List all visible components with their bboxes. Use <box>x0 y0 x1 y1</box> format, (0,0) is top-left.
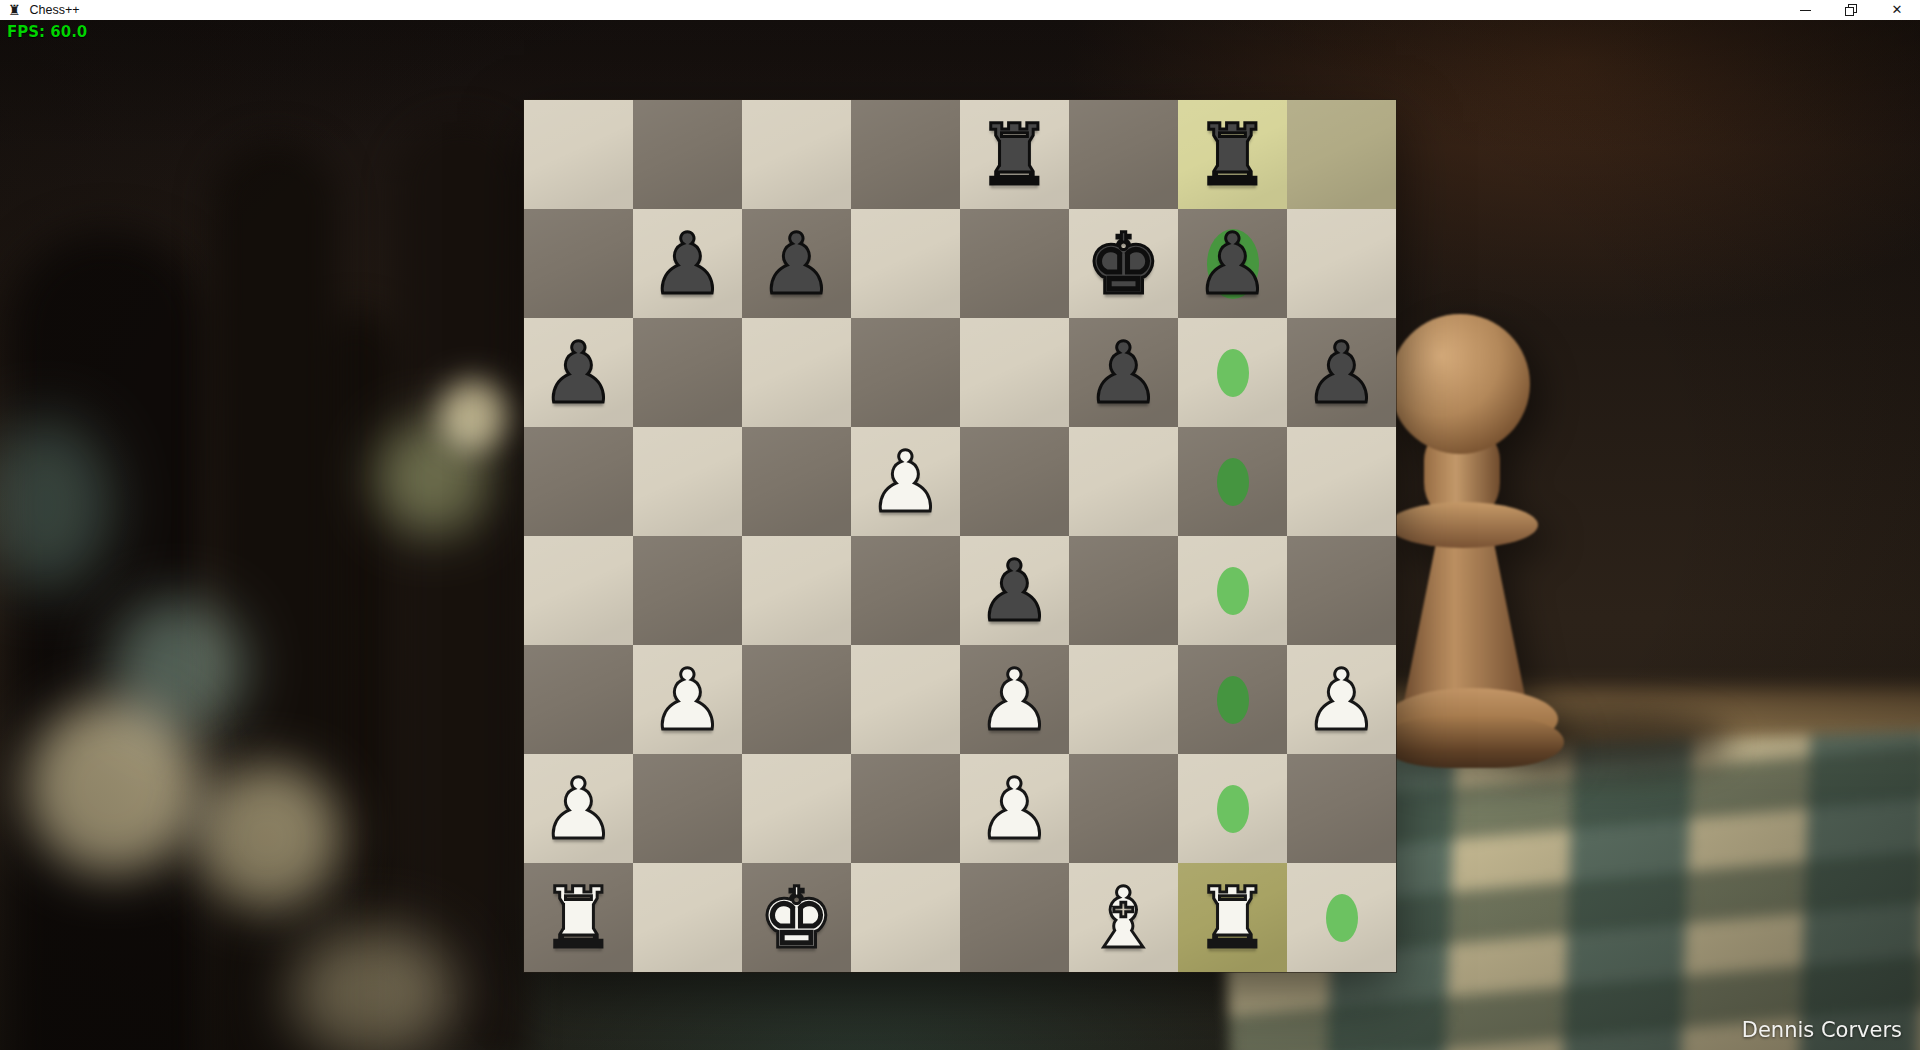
square-a2[interactable]: ♟ <box>524 754 633 863</box>
square-g3[interactable] <box>1178 645 1287 754</box>
square-b4[interactable] <box>633 536 742 645</box>
square-h3[interactable]: ♟ <box>1287 645 1396 754</box>
square-f4[interactable] <box>1069 536 1178 645</box>
white-bishop[interactable]: ♝ <box>1069 863 1178 972</box>
fps-counter: FPS: 60.0 <box>7 23 87 41</box>
square-c3[interactable] <box>742 645 851 754</box>
square-g8[interactable]: ♜ <box>1178 100 1287 209</box>
square-e2[interactable]: ♟ <box>960 754 1069 863</box>
black-pawn[interactable]: ♟ <box>1178 209 1287 318</box>
square-b5[interactable] <box>633 427 742 536</box>
wooden-pawn-body <box>1400 528 1530 708</box>
square-f2[interactable] <box>1069 754 1178 863</box>
square-h1[interactable] <box>1287 863 1396 972</box>
black-rook[interactable]: ♜ <box>1178 100 1287 209</box>
square-f7[interactable]: ♚ <box>1069 209 1178 318</box>
wooden-pawn-base <box>1380 716 1564 768</box>
square-g5[interactable] <box>1178 427 1287 536</box>
square-f3[interactable] <box>1069 645 1178 754</box>
close-icon: ✕ <box>1892 0 1903 20</box>
square-e1[interactable] <box>960 863 1069 972</box>
pawn-shadow <box>1490 710 1730 774</box>
black-king[interactable]: ♚ <box>1069 209 1178 318</box>
bg-bokeh <box>195 765 340 910</box>
wooden-pawn-collar <box>1388 502 1538 548</box>
square-f8[interactable] <box>1069 100 1178 209</box>
square-e4[interactable]: ♟ <box>960 536 1069 645</box>
square-b7[interactable]: ♟ <box>633 209 742 318</box>
square-c2[interactable] <box>742 754 851 863</box>
square-e7[interactable] <box>960 209 1069 318</box>
square-e3[interactable]: ♟ <box>960 645 1069 754</box>
black-pawn[interactable]: ♟ <box>742 209 851 318</box>
bg-bokeh <box>110 600 245 735</box>
square-b1[interactable] <box>633 863 742 972</box>
bg-piece-silhouette <box>212 140 337 1050</box>
square-g2[interactable] <box>1178 754 1287 863</box>
white-pawn[interactable]: ♟ <box>851 427 960 536</box>
square-e6[interactable] <box>960 318 1069 427</box>
legal-move-dot[interactable] <box>1217 349 1249 397</box>
square-a5[interactable] <box>524 427 633 536</box>
square-d1[interactable] <box>851 863 960 972</box>
bg-bokeh <box>375 420 490 535</box>
bg-piece-silhouette <box>300 310 410 1050</box>
black-pawn[interactable]: ♟ <box>633 209 742 318</box>
white-king[interactable]: ♚ <box>742 863 851 972</box>
square-b8[interactable] <box>633 100 742 209</box>
bg-bokeh <box>0 420 110 590</box>
window-title: Chess++ <box>30 3 80 17</box>
title-bar: ♜ Chess++ ✕ <box>0 0 1920 20</box>
square-a3[interactable] <box>524 645 633 754</box>
minimize-button[interactable] <box>1782 0 1828 20</box>
square-d5[interactable]: ♟ <box>851 427 960 536</box>
square-a1[interactable]: ♜ <box>524 863 633 972</box>
square-b6[interactable] <box>633 318 742 427</box>
black-pawn[interactable]: ♟ <box>960 536 1069 645</box>
minimize-icon <box>1800 10 1811 11</box>
wooden-pawn-head <box>1390 314 1530 454</box>
square-b3[interactable]: ♟ <box>633 645 742 754</box>
square-d4[interactable] <box>851 536 960 645</box>
white-pawn[interactable]: ♟ <box>960 754 1069 863</box>
square-c7[interactable]: ♟ <box>742 209 851 318</box>
legal-move-dot[interactable] <box>1217 785 1249 833</box>
bg-bokeh <box>25 700 200 875</box>
black-pawn[interactable]: ♟ <box>524 318 633 427</box>
chess-board: ♜♜♟♟♚♟♟♟♟♟♟♟♟♟♟♟♜♚♝♜ <box>524 100 1396 972</box>
restore-button[interactable] <box>1828 0 1874 20</box>
square-b2[interactable] <box>633 754 742 863</box>
square-d2[interactable] <box>851 754 960 863</box>
legal-move-dot[interactable] <box>1326 894 1358 942</box>
white-pawn[interactable]: ♟ <box>633 645 742 754</box>
white-pawn[interactable]: ♟ <box>524 754 633 863</box>
bg-piece-silhouette <box>5 230 210 1050</box>
white-pawn[interactable]: ♟ <box>1287 645 1396 754</box>
square-a6[interactable]: ♟ <box>524 318 633 427</box>
white-pawn[interactable]: ♟ <box>960 645 1069 754</box>
white-rook[interactable]: ♜ <box>524 863 633 972</box>
square-e5[interactable] <box>960 427 1069 536</box>
square-h4[interactable] <box>1287 536 1396 645</box>
black-pawn[interactable]: ♟ <box>1069 318 1178 427</box>
app-rook-icon: ♜ <box>8 0 21 20</box>
window-controls: ✕ <box>1782 0 1920 20</box>
square-g6[interactable] <box>1178 318 1287 427</box>
square-g7[interactable]: ♟ <box>1178 209 1287 318</box>
square-h2[interactable] <box>1287 754 1396 863</box>
square-h5[interactable] <box>1287 427 1396 536</box>
square-g1[interactable]: ♜ <box>1178 863 1287 972</box>
square-c6[interactable] <box>742 318 851 427</box>
square-h6[interactable]: ♟ <box>1287 318 1396 427</box>
black-rook[interactable]: ♜ <box>960 100 1069 209</box>
square-h8[interactable] <box>1287 100 1396 209</box>
square-d6[interactable] <box>851 318 960 427</box>
square-c1[interactable]: ♚ <box>742 863 851 972</box>
bg-bokeh <box>290 930 455 1050</box>
square-a8[interactable] <box>524 100 633 209</box>
square-c4[interactable] <box>742 536 851 645</box>
bg-piece-silhouette <box>395 120 527 1050</box>
square-d7[interactable] <box>851 209 960 318</box>
square-g4[interactable] <box>1178 536 1287 645</box>
square-f5[interactable] <box>1069 427 1178 536</box>
square-h7[interactable] <box>1287 209 1396 318</box>
bg-bokeh <box>438 380 510 452</box>
square-a7[interactable] <box>524 209 633 318</box>
credit-text: Dennis Corvers <box>1742 1018 1902 1042</box>
square-d8[interactable] <box>851 100 960 209</box>
square-c8[interactable] <box>742 100 851 209</box>
square-f6[interactable]: ♟ <box>1069 318 1178 427</box>
restore-icon <box>1845 4 1857 16</box>
white-rook[interactable]: ♜ <box>1178 863 1287 972</box>
legal-move-dot[interactable] <box>1217 567 1249 615</box>
legal-move-dot[interactable] <box>1217 458 1249 506</box>
square-d3[interactable] <box>851 645 960 754</box>
square-a4[interactable] <box>524 536 633 645</box>
wooden-pawn <box>1380 310 1575 785</box>
square-e8[interactable]: ♜ <box>960 100 1069 209</box>
wooden-pawn-neck <box>1424 430 1500 520</box>
close-button[interactable]: ✕ <box>1874 0 1920 20</box>
wooden-pawn-base <box>1386 688 1558 750</box>
square-c5[interactable] <box>742 427 851 536</box>
legal-move-dot[interactable] <box>1217 676 1249 724</box>
black-pawn[interactable]: ♟ <box>1287 318 1396 427</box>
square-f1[interactable]: ♝ <box>1069 863 1178 972</box>
